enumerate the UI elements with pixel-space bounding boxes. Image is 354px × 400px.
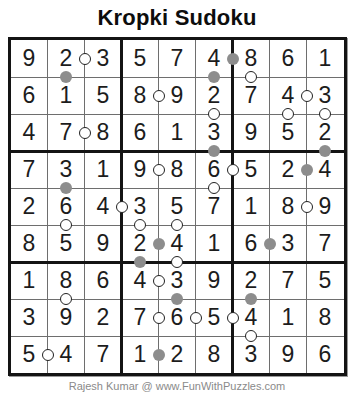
white-kropki-dot [171,256,183,268]
cell-r2c3: 5 [85,77,122,114]
white-kropki-dot [116,201,128,213]
credit-text: Rajesh Kumar @ www.FunWithPuzzles.com [0,380,354,392]
cell-r3c1: 4 [11,114,48,151]
black-kropki-dot [301,164,313,176]
white-kropki-dot [79,53,91,65]
puzzle-page: Kropki Sudoku 92357486161589274347861395… [0,0,354,400]
white-kropki-dot [301,201,313,213]
cell-r9c9: 6 [307,336,344,373]
white-kropki-dot [319,108,331,120]
cell-r6c1: 8 [11,225,48,262]
grid-line-vertical [47,40,48,373]
page-title: Kropki Sudoku [0,0,354,31]
cell-r7c8: 7 [270,262,307,299]
cell-r4c1: 7 [11,151,48,188]
white-kropki-dot [153,312,165,324]
cell-r1c1: 9 [11,40,48,77]
cell-r8c8: 1 [270,299,307,336]
black-kropki-dot [60,71,72,83]
cell-r8c1: 3 [11,299,48,336]
white-kropki-dot [190,312,202,324]
cell-r1c4: 5 [122,40,159,77]
cell-r7c3: 6 [85,262,122,299]
black-kropki-dot [208,71,220,83]
white-kropki-dot [171,219,183,231]
cell-r2c1: 6 [11,77,48,114]
cell-r5c7: 1 [233,188,270,225]
cell-r3c7: 9 [233,114,270,151]
black-kropki-dot [245,293,257,305]
cell-r9c8: 9 [270,336,307,373]
white-kropki-dot [60,219,72,231]
cell-r1c9: 1 [307,40,344,77]
grid-line-vertical [84,40,85,373]
cell-r7c1: 1 [11,262,48,299]
white-kropki-dot [227,312,239,324]
white-kropki-dot [245,71,257,83]
black-kropki-dot [153,349,165,361]
white-kropki-dot [245,330,257,342]
black-kropki-dot [153,238,165,250]
black-kropki-dot [319,145,331,157]
white-kropki-dot [153,90,165,102]
cell-r7c6: 9 [196,262,233,299]
white-kropki-dot [79,127,91,139]
cell-r8c9: 8 [307,299,344,336]
black-kropki-dot [60,182,72,194]
cell-r7c9: 5 [307,262,344,299]
white-kropki-dot [42,349,54,361]
black-kropki-dot [134,256,146,268]
cell-r1c8: 6 [270,40,307,77]
black-kropki-dot [171,293,183,305]
black-kropki-dot [227,53,239,65]
sudoku-board: 9235748616158927434786139527319865242643… [8,37,347,376]
white-kropki-dot [153,164,165,176]
cell-r3c4: 6 [122,114,159,151]
cell-r4c3: 1 [85,151,122,188]
white-kropki-dot [60,293,72,305]
black-kropki-dot [208,145,220,157]
cell-r6c9: 7 [307,225,344,262]
cell-r5c1: 2 [11,188,48,225]
white-kropki-dot [208,182,220,194]
white-kropki-dot [208,108,220,120]
black-kropki-dot [264,238,276,250]
cell-r9c3: 7 [85,336,122,373]
box-line-horizontal [11,150,344,153]
white-kropki-dot [227,164,239,176]
white-kropki-dot [301,90,313,102]
cell-r8c3: 2 [85,299,122,336]
grid-line-horizontal [11,336,344,337]
grid-line-vertical [269,40,270,373]
cell-r6c6: 1 [196,225,233,262]
cell-r1c5: 7 [159,40,196,77]
cell-r3c5: 1 [159,114,196,151]
cell-r6c3: 9 [85,225,122,262]
white-kropki-dot [282,108,294,120]
cell-r9c6: 8 [196,336,233,373]
white-kropki-dot [134,219,146,231]
white-kropki-dot [153,275,165,287]
